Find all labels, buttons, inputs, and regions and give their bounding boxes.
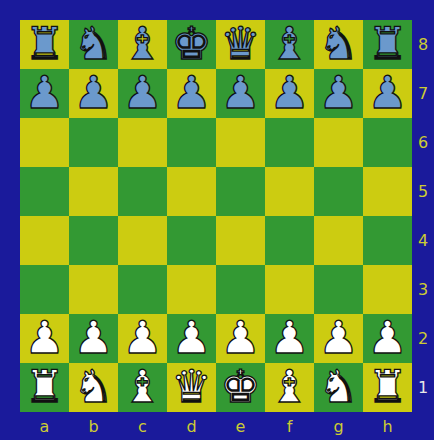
piece-white-pawn[interactable]: ♟ xyxy=(73,313,113,362)
file-label-e: e xyxy=(216,412,265,440)
piece-blue-pawn[interactable]: ♟ xyxy=(269,68,309,117)
square-b8[interactable]: ♞ xyxy=(69,20,118,69)
piece-white-king[interactable]: ♚ xyxy=(220,362,260,411)
square-g4[interactable] xyxy=(314,216,363,265)
rank-labels: 87654321 xyxy=(412,20,434,412)
rank-label-8: 8 xyxy=(412,20,434,69)
square-g8[interactable]: ♞ xyxy=(314,20,363,69)
square-a5[interactable] xyxy=(20,167,69,216)
piece-white-pawn[interactable]: ♟ xyxy=(318,313,358,362)
file-label-a: a xyxy=(20,412,69,440)
square-g7[interactable]: ♟ xyxy=(314,69,363,118)
square-d6[interactable] xyxy=(167,118,216,167)
square-c7[interactable]: ♟ xyxy=(118,69,167,118)
rank-label-1: 1 xyxy=(412,363,434,412)
square-e7[interactable]: ♟ xyxy=(216,69,265,118)
piece-blue-queen[interactable]: ♛ xyxy=(220,19,260,68)
piece-blue-pawn[interactable]: ♟ xyxy=(24,68,64,117)
piece-white-queen[interactable]: ♛ xyxy=(171,362,211,411)
square-b2[interactable]: ♟ xyxy=(69,314,118,363)
square-c4[interactable] xyxy=(118,216,167,265)
square-h7[interactable]: ♟ xyxy=(363,69,412,118)
square-f6[interactable] xyxy=(265,118,314,167)
square-d4[interactable] xyxy=(167,216,216,265)
square-b6[interactable] xyxy=(69,118,118,167)
piece-blue-pawn[interactable]: ♟ xyxy=(122,68,162,117)
square-e4[interactable] xyxy=(216,216,265,265)
square-b1[interactable]: ♞ xyxy=(69,363,118,412)
file-label-g: g xyxy=(314,412,363,440)
square-d5[interactable] xyxy=(167,167,216,216)
piece-blue-pawn[interactable]: ♟ xyxy=(171,68,211,117)
square-g6[interactable] xyxy=(314,118,363,167)
chess-board-window: ♜♞♝♚♛♝♞♜♟♟♟♟♟♟♟♟♟♟♟♟♟♟♟♟♜♞♝♛♚♝♞♜ 8765432… xyxy=(0,0,434,440)
square-h6[interactable] xyxy=(363,118,412,167)
square-e8[interactable]: ♛ xyxy=(216,20,265,69)
square-c2[interactable]: ♟ xyxy=(118,314,167,363)
square-c8[interactable]: ♝ xyxy=(118,20,167,69)
rank-label-5: 5 xyxy=(412,167,434,216)
piece-blue-rook[interactable]: ♜ xyxy=(367,19,407,68)
piece-white-pawn[interactable]: ♟ xyxy=(367,313,407,362)
rank-label-7: 7 xyxy=(412,69,434,118)
file-label-d: d xyxy=(167,412,216,440)
piece-white-pawn[interactable]: ♟ xyxy=(122,313,162,362)
square-a7[interactable]: ♟ xyxy=(20,69,69,118)
file-label-c: c xyxy=(118,412,167,440)
square-h8[interactable]: ♜ xyxy=(363,20,412,69)
square-h5[interactable] xyxy=(363,167,412,216)
square-f2[interactable]: ♟ xyxy=(265,314,314,363)
square-c5[interactable] xyxy=(118,167,167,216)
square-h4[interactable] xyxy=(363,216,412,265)
rank-label-6: 6 xyxy=(412,118,434,167)
square-d7[interactable]: ♟ xyxy=(167,69,216,118)
piece-white-knight[interactable]: ♞ xyxy=(73,362,113,411)
square-f5[interactable] xyxy=(265,167,314,216)
chess-board: ♜♞♝♚♛♝♞♜♟♟♟♟♟♟♟♟♟♟♟♟♟♟♟♟♜♞♝♛♚♝♞♜ xyxy=(20,20,412,412)
square-e6[interactable] xyxy=(216,118,265,167)
square-d3[interactable] xyxy=(167,265,216,314)
piece-blue-bishop[interactable]: ♝ xyxy=(122,19,162,68)
square-a8[interactable]: ♜ xyxy=(20,20,69,69)
square-f4[interactable] xyxy=(265,216,314,265)
square-c6[interactable] xyxy=(118,118,167,167)
square-f3[interactable] xyxy=(265,265,314,314)
piece-white-pawn[interactable]: ♟ xyxy=(269,313,309,362)
square-a2[interactable]: ♟ xyxy=(20,314,69,363)
piece-blue-king[interactable]: ♚ xyxy=(171,19,211,68)
square-b3[interactable] xyxy=(69,265,118,314)
rank-label-2: 2 xyxy=(412,314,434,363)
file-label-f: f xyxy=(265,412,314,440)
square-h1[interactable]: ♜ xyxy=(363,363,412,412)
piece-white-pawn[interactable]: ♟ xyxy=(171,313,211,362)
file-label-h: h xyxy=(363,412,412,440)
square-d2[interactable]: ♟ xyxy=(167,314,216,363)
square-g1[interactable]: ♞ xyxy=(314,363,363,412)
piece-blue-knight[interactable]: ♞ xyxy=(73,19,113,68)
piece-blue-bishop[interactable]: ♝ xyxy=(269,19,309,68)
piece-blue-pawn[interactable]: ♟ xyxy=(220,68,260,117)
piece-white-pawn[interactable]: ♟ xyxy=(220,313,260,362)
square-f7[interactable]: ♟ xyxy=(265,69,314,118)
piece-blue-knight[interactable]: ♞ xyxy=(318,19,358,68)
file-labels: abcdefgh xyxy=(20,412,412,440)
square-e3[interactable] xyxy=(216,265,265,314)
piece-white-bishop[interactable]: ♝ xyxy=(122,362,162,411)
square-b4[interactable] xyxy=(69,216,118,265)
square-h3[interactable] xyxy=(363,265,412,314)
square-g2[interactable]: ♟ xyxy=(314,314,363,363)
square-d8[interactable]: ♚ xyxy=(167,20,216,69)
square-g3[interactable] xyxy=(314,265,363,314)
piece-blue-pawn[interactable]: ♟ xyxy=(367,68,407,117)
square-b7[interactable]: ♟ xyxy=(69,69,118,118)
piece-blue-pawn[interactable]: ♟ xyxy=(73,68,113,117)
piece-white-rook[interactable]: ♜ xyxy=(24,362,64,411)
square-a4[interactable] xyxy=(20,216,69,265)
square-a6[interactable] xyxy=(20,118,69,167)
square-e1[interactable]: ♚ xyxy=(216,363,265,412)
square-f1[interactable]: ♝ xyxy=(265,363,314,412)
rank-label-3: 3 xyxy=(412,265,434,314)
square-d1[interactable]: ♛ xyxy=(167,363,216,412)
square-b5[interactable] xyxy=(69,167,118,216)
square-c3[interactable] xyxy=(118,265,167,314)
square-c1[interactable]: ♝ xyxy=(118,363,167,412)
square-a3[interactable] xyxy=(20,265,69,314)
piece-white-pawn[interactable]: ♟ xyxy=(24,313,64,362)
piece-white-knight[interactable]: ♞ xyxy=(318,362,358,411)
piece-white-rook[interactable]: ♜ xyxy=(367,362,407,411)
file-label-b: b xyxy=(69,412,118,440)
square-h2[interactable]: ♟ xyxy=(363,314,412,363)
piece-blue-pawn[interactable]: ♟ xyxy=(318,68,358,117)
piece-blue-rook[interactable]: ♜ xyxy=(24,19,64,68)
square-g5[interactable] xyxy=(314,167,363,216)
square-e5[interactable] xyxy=(216,167,265,216)
square-f8[interactable]: ♝ xyxy=(265,20,314,69)
piece-white-bishop[interactable]: ♝ xyxy=(269,362,309,411)
square-e2[interactable]: ♟ xyxy=(216,314,265,363)
square-a1[interactable]: ♜ xyxy=(20,363,69,412)
rank-label-4: 4 xyxy=(412,216,434,265)
